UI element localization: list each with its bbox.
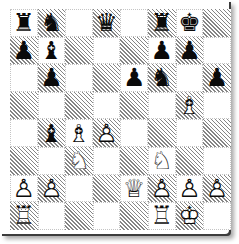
- piece-black-knight: ♞: [151, 64, 173, 91]
- square-a1[interactable]: ♜♖: [10, 202, 38, 230]
- square-a2[interactable]: ♟♙: [10, 175, 38, 203]
- square-a8[interactable]: ♜: [10, 9, 38, 37]
- square-c5[interactable]: [65, 92, 93, 120]
- square-g3[interactable]: [176, 147, 204, 175]
- piece-white-rook: ♜♖: [13, 202, 35, 229]
- piece-black-pawn: ♟: [178, 37, 200, 64]
- square-d2[interactable]: [93, 175, 121, 203]
- square-f6[interactable]: ♞: [148, 64, 176, 92]
- piece-white-king: ♚♔: [178, 202, 200, 229]
- square-h3[interactable]: [203, 147, 231, 175]
- piece-black-pawn: ♟: [123, 64, 145, 91]
- piece-white-knight: ♞♘: [151, 147, 173, 174]
- piece-black-king: ♚: [178, 9, 200, 36]
- square-a5[interactable]: [10, 92, 38, 120]
- piece-black-pawn: ♟: [206, 64, 228, 91]
- square-a7[interactable]: ♟: [10, 37, 38, 65]
- square-d1[interactable]: [93, 202, 121, 230]
- square-d5[interactable]: [93, 92, 121, 120]
- square-h1[interactable]: [203, 202, 231, 230]
- piece-white-rook: ♜♖: [151, 202, 173, 229]
- square-g4[interactable]: [176, 119, 204, 147]
- square-b7[interactable]: ♝: [38, 37, 66, 65]
- square-d6[interactable]: [93, 64, 121, 92]
- square-e2[interactable]: ♛♕: [120, 175, 148, 203]
- square-g8[interactable]: ♚: [176, 9, 204, 37]
- piece-white-pawn: ♟♙: [178, 175, 200, 202]
- square-g1[interactable]: ♚♔: [176, 202, 204, 230]
- piece-black-pawn: ♟: [40, 64, 62, 91]
- square-h4[interactable]: [203, 119, 231, 147]
- piece-white-knight: ♞♘: [68, 147, 90, 174]
- piece-black-bishop: ♝: [40, 119, 62, 146]
- square-f3[interactable]: ♞♘: [148, 147, 176, 175]
- square-g7[interactable]: ♟: [176, 37, 204, 65]
- square-h2[interactable]: ♟♙: [203, 175, 231, 203]
- piece-white-queen: ♛♕: [123, 175, 145, 202]
- square-e8[interactable]: [120, 9, 148, 37]
- square-b4[interactable]: ♝: [38, 119, 66, 147]
- piece-white-pawn: ♟♙: [95, 119, 117, 146]
- piece-black-rook: ♜: [151, 9, 173, 36]
- square-h7[interactable]: [203, 37, 231, 65]
- square-c8[interactable]: [65, 9, 93, 37]
- square-b1[interactable]: [38, 202, 66, 230]
- square-c1[interactable]: [65, 202, 93, 230]
- square-f2[interactable]: ♟♙: [148, 175, 176, 203]
- piece-black-knight: ♞: [40, 9, 62, 36]
- square-d7[interactable]: [93, 37, 121, 65]
- square-c2[interactable]: [65, 175, 93, 203]
- square-f4[interactable]: [148, 119, 176, 147]
- square-f7[interactable]: ♟: [148, 37, 176, 65]
- square-f1[interactable]: ♜♖: [148, 202, 176, 230]
- square-f5[interactable]: [148, 92, 176, 120]
- square-d8[interactable]: ♛: [93, 9, 121, 37]
- square-h8[interactable]: [203, 9, 231, 37]
- piece-white-pawn: ♟♙: [13, 175, 35, 202]
- square-d4[interactable]: ♟♙: [93, 119, 121, 147]
- square-g2[interactable]: ♟♙: [176, 175, 204, 203]
- piece-white-bishop: ♝♗: [178, 92, 200, 119]
- square-e7[interactable]: [120, 37, 148, 65]
- square-e4[interactable]: [120, 119, 148, 147]
- square-g5[interactable]: ♝♗: [176, 92, 204, 120]
- square-b8[interactable]: ♞: [38, 9, 66, 37]
- piece-black-pawn: ♟: [151, 37, 173, 64]
- piece-black-pawn: ♟: [13, 37, 35, 64]
- piece-black-rook: ♜: [13, 9, 35, 36]
- piece-black-bishop: ♝: [40, 37, 62, 64]
- piece-white-pawn: ♟♙: [151, 175, 173, 202]
- square-a4[interactable]: [10, 119, 38, 147]
- piece-white-pawn: ♟♙: [40, 175, 62, 202]
- square-c4[interactable]: ♝♗: [65, 119, 93, 147]
- square-b6[interactable]: ♟: [38, 64, 66, 92]
- square-b3[interactable]: [38, 147, 66, 175]
- chess-board: ♜♞♛♜♚♟♝♟♟♟♟♞♟♝♗♝♝♗♟♙♞♘♞♘♟♙♟♙♛♕♟♙♟♙♟♙♜♖♜♖…: [10, 9, 231, 230]
- square-g6[interactable]: [176, 64, 204, 92]
- piece-black-queen: ♛: [95, 9, 117, 36]
- square-c3[interactable]: ♞♘: [65, 147, 93, 175]
- piece-white-pawn: ♟♙: [206, 175, 228, 202]
- square-h6[interactable]: ♟: [203, 64, 231, 92]
- square-e5[interactable]: [120, 92, 148, 120]
- square-h5[interactable]: [203, 92, 231, 120]
- square-c6[interactable]: [65, 64, 93, 92]
- square-b2[interactable]: ♟♙: [38, 175, 66, 203]
- square-a3[interactable]: [10, 147, 38, 175]
- square-f8[interactable]: ♜: [148, 9, 176, 37]
- square-e3[interactable]: [120, 147, 148, 175]
- square-e6[interactable]: ♟: [120, 64, 148, 92]
- square-d3[interactable]: [93, 147, 121, 175]
- square-c7[interactable]: [65, 37, 93, 65]
- square-a6[interactable]: [10, 64, 38, 92]
- square-e1[interactable]: [120, 202, 148, 230]
- square-b5[interactable]: [38, 92, 66, 120]
- piece-white-bishop: ♝♗: [68, 119, 90, 146]
